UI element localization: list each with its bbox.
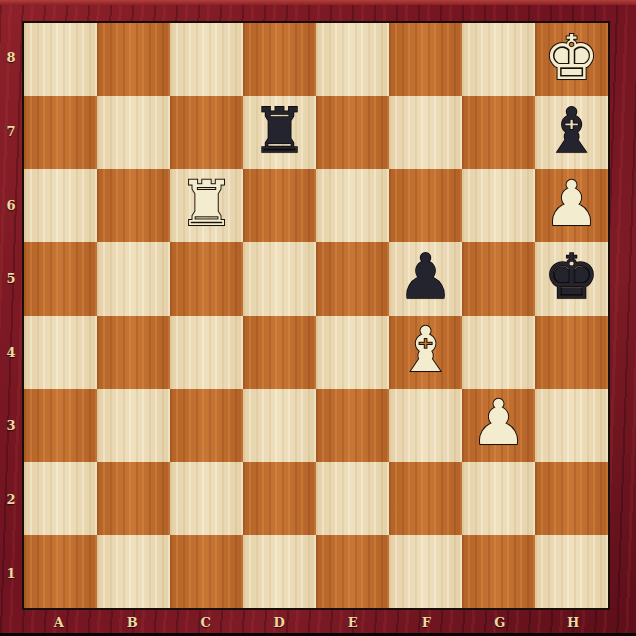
rank-label-8: 8	[0, 21, 22, 95]
square-g6[interactable]	[462, 169, 535, 242]
square-f8[interactable]	[389, 23, 462, 96]
square-g3[interactable]: ♟	[462, 389, 535, 462]
piece-white-bishop[interactable]: ♝	[398, 319, 454, 381]
file-label-h: H	[537, 610, 611, 634]
square-d3[interactable]	[243, 389, 316, 462]
file-label-f: F	[390, 610, 464, 634]
square-c1[interactable]	[170, 535, 243, 608]
square-e3[interactable]	[316, 389, 389, 462]
rank-label-6: 6	[0, 168, 22, 242]
square-g2[interactable]	[462, 462, 535, 535]
square-e6[interactable]	[316, 169, 389, 242]
square-a4[interactable]	[24, 316, 97, 389]
square-g8[interactable]	[462, 23, 535, 96]
file-label-e: E	[316, 610, 390, 634]
square-e2[interactable]	[316, 462, 389, 535]
square-a6[interactable]	[24, 169, 97, 242]
square-b1[interactable]	[97, 535, 170, 608]
square-b3[interactable]	[97, 389, 170, 462]
square-h7[interactable]: ♝	[535, 96, 608, 169]
piece-white-pawn[interactable]: ♟	[544, 173, 600, 235]
square-b7[interactable]	[97, 96, 170, 169]
piece-black-bishop[interactable]: ♝	[544, 100, 600, 162]
square-d7[interactable]: ♜	[243, 96, 316, 169]
square-h5[interactable]: ♚	[535, 242, 608, 315]
square-f4[interactable]: ♝	[389, 316, 462, 389]
square-h3[interactable]	[535, 389, 608, 462]
square-e5[interactable]	[316, 242, 389, 315]
square-e4[interactable]	[316, 316, 389, 389]
file-label-b: B	[96, 610, 170, 634]
file-label-c: C	[169, 610, 243, 634]
square-c3[interactable]	[170, 389, 243, 462]
square-h4[interactable]	[535, 316, 608, 389]
square-e8[interactable]	[316, 23, 389, 96]
square-b6[interactable]	[97, 169, 170, 242]
square-b8[interactable]	[97, 23, 170, 96]
piece-black-rook[interactable]: ♜	[252, 100, 308, 162]
rank-label-1: 1	[0, 536, 22, 610]
square-a1[interactable]	[24, 535, 97, 608]
square-d2[interactable]	[243, 462, 316, 535]
rank-labels: 87654321	[0, 21, 22, 610]
rank-label-7: 7	[0, 95, 22, 169]
piece-white-king[interactable]: ♚	[544, 27, 600, 89]
rank-label-3: 3	[0, 389, 22, 463]
file-label-d: D	[243, 610, 317, 634]
file-label-g: G	[463, 610, 537, 634]
square-h1[interactable]	[535, 535, 608, 608]
square-h8[interactable]: ♚	[535, 23, 608, 96]
square-d1[interactable]	[243, 535, 316, 608]
square-f6[interactable]	[389, 169, 462, 242]
square-c6[interactable]: ♜	[170, 169, 243, 242]
square-a2[interactable]	[24, 462, 97, 535]
piece-black-pawn[interactable]: ♟	[398, 246, 454, 308]
square-f5[interactable]: ♟	[389, 242, 462, 315]
square-a3[interactable]	[24, 389, 97, 462]
square-c5[interactable]	[170, 242, 243, 315]
piece-white-pawn[interactable]: ♟	[471, 392, 527, 454]
square-a8[interactable]	[24, 23, 97, 96]
square-f2[interactable]	[389, 462, 462, 535]
square-c4[interactable]	[170, 316, 243, 389]
frame-top-highlight	[0, 0, 636, 5]
piece-white-rook[interactable]: ♜	[179, 173, 235, 235]
square-f7[interactable]	[389, 96, 462, 169]
square-d6[interactable]	[243, 169, 316, 242]
square-g5[interactable]	[462, 242, 535, 315]
square-c2[interactable]	[170, 462, 243, 535]
square-b5[interactable]	[97, 242, 170, 315]
square-c7[interactable]	[170, 96, 243, 169]
square-b2[interactable]	[97, 462, 170, 535]
chess-board[interactable]: ♚♜♝♜♟♟♚♝♟	[22, 21, 610, 610]
square-e1[interactable]	[316, 535, 389, 608]
rank-label-5: 5	[0, 242, 22, 316]
rank-label-2: 2	[0, 463, 22, 537]
square-g7[interactable]	[462, 96, 535, 169]
square-h6[interactable]: ♟	[535, 169, 608, 242]
square-d5[interactable]	[243, 242, 316, 315]
square-e7[interactable]	[316, 96, 389, 169]
square-a7[interactable]	[24, 96, 97, 169]
square-d4[interactable]	[243, 316, 316, 389]
square-a5[interactable]	[24, 242, 97, 315]
square-c8[interactable]	[170, 23, 243, 96]
square-f1[interactable]	[389, 535, 462, 608]
square-h2[interactable]	[535, 462, 608, 535]
square-g4[interactable]	[462, 316, 535, 389]
rank-label-4: 4	[0, 316, 22, 390]
file-labels: ABCDEFGH	[22, 610, 610, 634]
piece-black-king[interactable]: ♚	[544, 246, 600, 308]
square-d8[interactable]	[243, 23, 316, 96]
file-label-a: A	[22, 610, 96, 634]
square-g1[interactable]	[462, 535, 535, 608]
square-b4[interactable]	[97, 316, 170, 389]
square-f3[interactable]	[389, 389, 462, 462]
